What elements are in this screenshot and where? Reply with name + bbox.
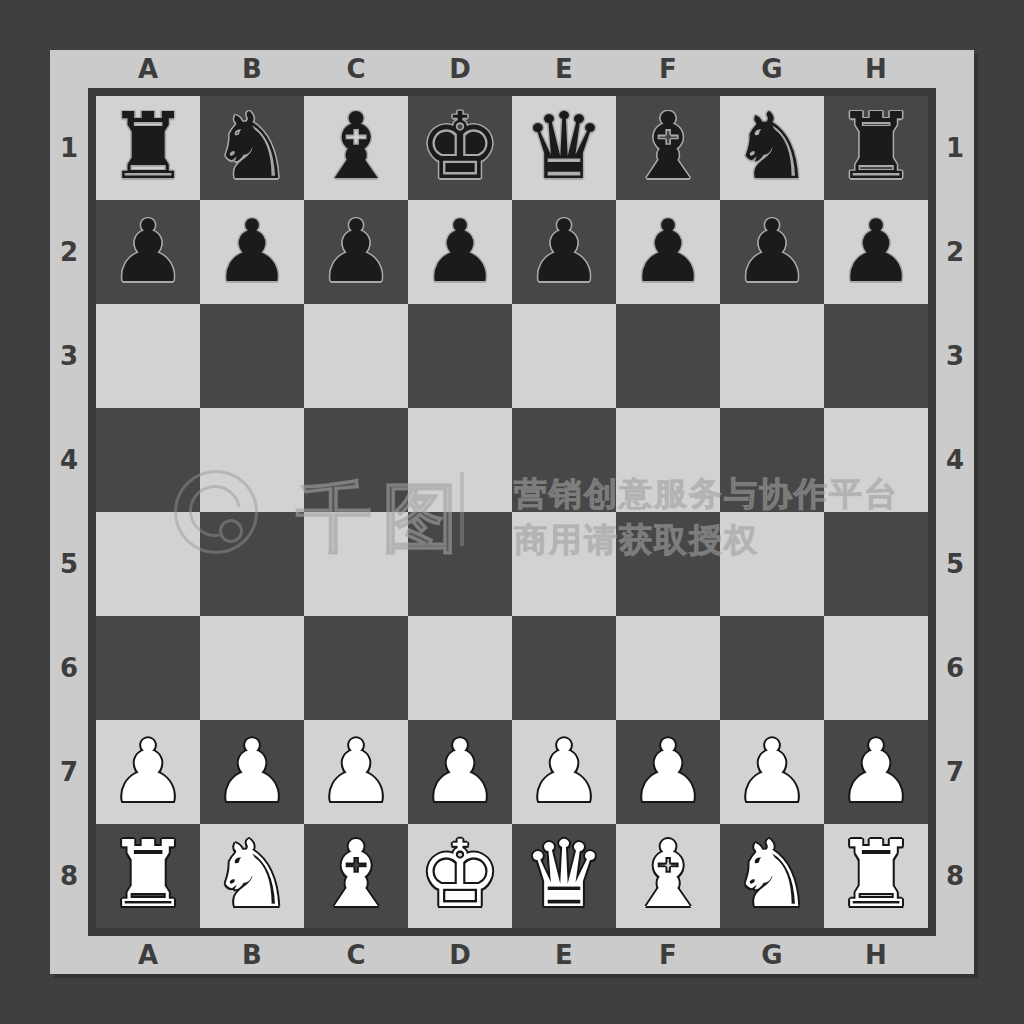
piece-white-bishop: ♝ bbox=[304, 824, 408, 928]
rank-label-5-left: 5 bbox=[50, 512, 88, 616]
piece-white-rook: ♜ bbox=[824, 824, 928, 928]
piece-black-pawn: ♟ bbox=[512, 200, 616, 304]
piece-white-pawn: ♟ bbox=[824, 720, 928, 824]
square-e2[interactable]: ♟ bbox=[512, 200, 616, 304]
square-b4[interactable] bbox=[200, 408, 304, 512]
square-c5[interactable] bbox=[304, 512, 408, 616]
square-d2[interactable]: ♟ bbox=[408, 200, 512, 304]
piece-white-rook: ♜ bbox=[96, 824, 200, 928]
chess-board-illustration: ABCDEFGH ABCDEFGH 12345678 12345678 ♜♞♝♚… bbox=[0, 0, 1024, 1024]
square-b6[interactable] bbox=[200, 616, 304, 720]
piece-black-bishop: ♝ bbox=[616, 96, 720, 200]
square-b3[interactable] bbox=[200, 304, 304, 408]
piece-black-queen: ♛ bbox=[512, 96, 616, 200]
square-c8[interactable]: ♝ bbox=[304, 824, 408, 928]
rank-labels-right: 12345678 bbox=[936, 96, 974, 928]
square-e6[interactable] bbox=[512, 616, 616, 720]
file-label-h-bottom: H bbox=[824, 936, 928, 974]
square-f3[interactable] bbox=[616, 304, 720, 408]
piece-black-pawn: ♟ bbox=[720, 200, 824, 304]
square-c6[interactable] bbox=[304, 616, 408, 720]
square-g1[interactable]: ♞ bbox=[720, 96, 824, 200]
piece-white-queen: ♛ bbox=[512, 824, 616, 928]
file-label-h-top: H bbox=[824, 50, 928, 88]
rank-label-4-left: 4 bbox=[50, 408, 88, 512]
file-label-c-bottom: C bbox=[304, 936, 408, 974]
chess-board: ♜♞♝♚♛♝♞♜♟♟♟♟♟♟♟♟♟♟♟♟♟♟♟♟♜♞♝♚♛♝♞♜ bbox=[96, 96, 928, 928]
file-label-d-top: D bbox=[408, 50, 512, 88]
file-labels-top: ABCDEFGH bbox=[96, 50, 928, 88]
square-d7[interactable]: ♟ bbox=[408, 720, 512, 824]
square-g2[interactable]: ♟ bbox=[720, 200, 824, 304]
piece-black-pawn: ♟ bbox=[824, 200, 928, 304]
square-f5[interactable] bbox=[616, 512, 720, 616]
file-label-f-bottom: F bbox=[616, 936, 720, 974]
piece-black-rook: ♜ bbox=[824, 96, 928, 200]
square-f6[interactable] bbox=[616, 616, 720, 720]
square-h3[interactable] bbox=[824, 304, 928, 408]
piece-white-pawn: ♟ bbox=[304, 720, 408, 824]
square-h1[interactable]: ♜ bbox=[824, 96, 928, 200]
piece-black-bishop: ♝ bbox=[304, 96, 408, 200]
rank-label-2-right: 2 bbox=[936, 200, 974, 304]
file-label-g-top: G bbox=[720, 50, 824, 88]
piece-white-king: ♚ bbox=[408, 824, 512, 928]
piece-black-knight: ♞ bbox=[200, 96, 304, 200]
rank-label-8-left: 8 bbox=[50, 824, 88, 928]
square-g8[interactable]: ♞ bbox=[720, 824, 824, 928]
square-b1[interactable]: ♞ bbox=[200, 96, 304, 200]
square-a7[interactable]: ♟ bbox=[96, 720, 200, 824]
piece-black-pawn: ♟ bbox=[200, 200, 304, 304]
rank-label-1-left: 1 bbox=[50, 96, 88, 200]
square-c1[interactable]: ♝ bbox=[304, 96, 408, 200]
file-label-e-bottom: E bbox=[512, 936, 616, 974]
square-f8[interactable]: ♝ bbox=[616, 824, 720, 928]
square-h8[interactable]: ♜ bbox=[824, 824, 928, 928]
piece-black-king: ♚ bbox=[408, 96, 512, 200]
square-a8[interactable]: ♜ bbox=[96, 824, 200, 928]
square-e7[interactable]: ♟ bbox=[512, 720, 616, 824]
file-label-e-top: E bbox=[512, 50, 616, 88]
piece-white-pawn: ♟ bbox=[720, 720, 824, 824]
rank-label-5-right: 5 bbox=[936, 512, 974, 616]
file-label-a-top: A bbox=[96, 50, 200, 88]
square-g7[interactable]: ♟ bbox=[720, 720, 824, 824]
file-labels-bottom: ABCDEFGH bbox=[96, 936, 928, 974]
rank-label-1-right: 1 bbox=[936, 96, 974, 200]
square-b7[interactable]: ♟ bbox=[200, 720, 304, 824]
square-f1[interactable]: ♝ bbox=[616, 96, 720, 200]
rank-label-2-left: 2 bbox=[50, 200, 88, 304]
file-label-g-bottom: G bbox=[720, 936, 824, 974]
square-f7[interactable]: ♟ bbox=[616, 720, 720, 824]
piece-black-pawn: ♟ bbox=[96, 200, 200, 304]
square-a1[interactable]: ♜ bbox=[96, 96, 200, 200]
square-a6[interactable] bbox=[96, 616, 200, 720]
square-a4[interactable] bbox=[96, 408, 200, 512]
square-d8[interactable]: ♚ bbox=[408, 824, 512, 928]
rank-label-7-right: 7 bbox=[936, 720, 974, 824]
rank-labels-left: 12345678 bbox=[50, 96, 88, 928]
piece-black-rook: ♜ bbox=[96, 96, 200, 200]
square-f2[interactable]: ♟ bbox=[616, 200, 720, 304]
rank-label-7-left: 7 bbox=[50, 720, 88, 824]
piece-black-pawn: ♟ bbox=[616, 200, 720, 304]
square-e1[interactable]: ♛ bbox=[512, 96, 616, 200]
file-label-a-bottom: A bbox=[96, 936, 200, 974]
piece-white-pawn: ♟ bbox=[408, 720, 512, 824]
square-e8[interactable]: ♛ bbox=[512, 824, 616, 928]
square-c4[interactable] bbox=[304, 408, 408, 512]
square-h6[interactable] bbox=[824, 616, 928, 720]
file-label-f-top: F bbox=[616, 50, 720, 88]
square-h5[interactable] bbox=[824, 512, 928, 616]
rank-label-3-right: 3 bbox=[936, 304, 974, 408]
square-b5[interactable] bbox=[200, 512, 304, 616]
square-e4[interactable] bbox=[512, 408, 616, 512]
square-h4[interactable] bbox=[824, 408, 928, 512]
piece-white-pawn: ♟ bbox=[200, 720, 304, 824]
square-d3[interactable] bbox=[408, 304, 512, 408]
square-h2[interactable]: ♟ bbox=[824, 200, 928, 304]
square-h7[interactable]: ♟ bbox=[824, 720, 928, 824]
piece-white-bishop: ♝ bbox=[616, 824, 720, 928]
square-a3[interactable] bbox=[96, 304, 200, 408]
square-d5[interactable] bbox=[408, 512, 512, 616]
square-d1[interactable]: ♚ bbox=[408, 96, 512, 200]
square-a2[interactable]: ♟ bbox=[96, 200, 200, 304]
piece-white-pawn: ♟ bbox=[616, 720, 720, 824]
piece-black-knight: ♞ bbox=[720, 96, 824, 200]
square-g4[interactable] bbox=[720, 408, 824, 512]
file-label-b-top: B bbox=[200, 50, 304, 88]
rank-label-6-right: 6 bbox=[936, 616, 974, 720]
piece-white-pawn: ♟ bbox=[96, 720, 200, 824]
piece-black-pawn: ♟ bbox=[408, 200, 512, 304]
file-label-b-bottom: B bbox=[200, 936, 304, 974]
piece-white-knight: ♞ bbox=[200, 824, 304, 928]
file-label-d-bottom: D bbox=[408, 936, 512, 974]
square-a5[interactable] bbox=[96, 512, 200, 616]
square-d6[interactable] bbox=[408, 616, 512, 720]
square-c7[interactable]: ♟ bbox=[304, 720, 408, 824]
square-b2[interactable]: ♟ bbox=[200, 200, 304, 304]
square-f4[interactable] bbox=[616, 408, 720, 512]
square-d4[interactable] bbox=[408, 408, 512, 512]
square-c3[interactable] bbox=[304, 304, 408, 408]
piece-white-knight: ♞ bbox=[720, 824, 824, 928]
square-b8[interactable]: ♞ bbox=[200, 824, 304, 928]
piece-white-pawn: ♟ bbox=[512, 720, 616, 824]
rank-label-6-left: 6 bbox=[50, 616, 88, 720]
square-e3[interactable] bbox=[512, 304, 616, 408]
file-label-c-top: C bbox=[304, 50, 408, 88]
square-c2[interactable]: ♟ bbox=[304, 200, 408, 304]
square-e5[interactable] bbox=[512, 512, 616, 616]
square-g3[interactable] bbox=[720, 304, 824, 408]
rank-label-3-left: 3 bbox=[50, 304, 88, 408]
square-g6[interactable] bbox=[720, 616, 824, 720]
square-g5[interactable] bbox=[720, 512, 824, 616]
piece-black-pawn: ♟ bbox=[304, 200, 408, 304]
rank-label-4-right: 4 bbox=[936, 408, 974, 512]
rank-label-8-right: 8 bbox=[936, 824, 974, 928]
